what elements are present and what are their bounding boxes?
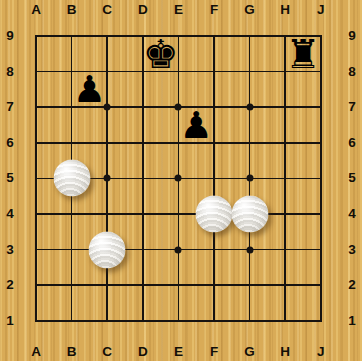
coord-row-4-right: 4 (348, 207, 356, 221)
white-go-stone-G4[interactable] (231, 196, 268, 233)
white-go-stone-F4[interactable] (196, 196, 233, 233)
coord-row-4-left: 4 (6, 207, 14, 221)
star-point-E5 (175, 175, 182, 182)
star-point-G5 (246, 175, 253, 182)
coord-col-H-bottom: H (280, 345, 290, 359)
coord-col-E-bottom: E (174, 345, 183, 359)
coord-row-1-right: 1 (348, 314, 356, 328)
grid-vertical-line-F (213, 35, 215, 321)
grid-horizontal-line-1 (35, 320, 321, 322)
coord-col-G-bottom: G (244, 345, 255, 359)
coord-row-5-left: 5 (6, 172, 14, 186)
coord-row-7-left: 7 (6, 100, 14, 114)
coord-col-J-top: J (317, 3, 325, 17)
black-king-D8-E9[interactable]: ♚ (143, 34, 179, 74)
black-pawn-E6-F7[interactable]: ♟ (180, 107, 213, 144)
coord-row-1-left: 1 (6, 314, 14, 328)
white-go-stone-C3[interactable] (89, 231, 126, 268)
coord-row-5-right: 5 (348, 172, 356, 186)
coord-row-9-right: 9 (348, 29, 356, 43)
coord-col-J-bottom: J (317, 345, 325, 359)
coord-row-6-right: 6 (348, 136, 356, 150)
grid-horizontal-line-4 (35, 213, 321, 215)
star-point-E3 (175, 246, 182, 253)
coord-col-A-top: A (31, 3, 41, 17)
coord-row-2-left: 2 (6, 278, 14, 292)
coord-col-B-top: B (67, 3, 77, 17)
black-pawn-B7-C8[interactable]: ♟ (73, 71, 106, 108)
star-point-G7 (246, 104, 253, 111)
coord-col-H-top: H (280, 3, 290, 17)
coord-row-8-right: 8 (348, 65, 356, 79)
coord-col-C-bottom: C (102, 345, 112, 359)
star-point-G3 (246, 246, 253, 253)
coord-row-2-right: 2 (348, 278, 356, 292)
star-point-C5 (104, 175, 111, 182)
coord-col-C-top: C (102, 3, 112, 17)
coord-row-3-left: 3 (6, 243, 14, 257)
coord-col-D-top: D (138, 3, 148, 17)
go-board: AABBCCDDEEFFGGHHJJ998877665544332211 ♚♜♟… (0, 0, 362, 361)
coord-col-F-top: F (210, 3, 218, 17)
coord-col-E-top: E (174, 3, 183, 17)
coord-row-6-left: 6 (6, 136, 14, 150)
grid-vertical-line-H (284, 35, 286, 321)
coord-col-B-bottom: B (67, 345, 77, 359)
coord-col-G-top: G (244, 3, 255, 17)
grid-horizontal-line-2 (35, 284, 321, 286)
grid-vertical-line-J (320, 35, 322, 321)
coord-row-7-right: 7 (348, 100, 356, 114)
coord-row-8-left: 8 (6, 65, 14, 79)
white-go-stone-B5[interactable] (53, 160, 90, 197)
black-rook-H8-J9[interactable]: ♜ (285, 34, 321, 74)
coord-row-9-left: 9 (6, 29, 14, 43)
coord-row-3-right: 3 (348, 243, 356, 257)
coord-col-A-bottom: A (31, 345, 41, 359)
coord-col-F-bottom: F (210, 345, 218, 359)
coord-col-D-bottom: D (138, 345, 148, 359)
